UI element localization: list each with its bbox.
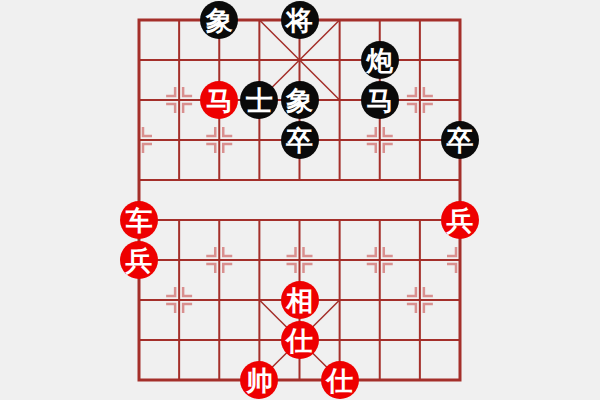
piece-red-soldier[interactable]: 兵 xyxy=(441,201,479,239)
xiangqi-pieces-grid: 象将炮马士象马卒卒车兵兵相仕帅仕 xyxy=(119,0,480,400)
piece-red-general[interactable]: 帅 xyxy=(240,361,278,399)
piece-red-chariot[interactable]: 车 xyxy=(120,201,158,239)
piece-black-elephant[interactable]: 象 xyxy=(200,1,238,39)
piece-black-general[interactable]: 将 xyxy=(281,1,319,39)
piece-black-soldier[interactable]: 卒 xyxy=(441,121,479,159)
piece-black-advisor[interactable]: 士 xyxy=(240,81,278,119)
piece-red-soldier[interactable]: 兵 xyxy=(120,241,158,279)
piece-red-advisor[interactable]: 仕 xyxy=(321,361,359,399)
piece-red-horse[interactable]: 马 xyxy=(200,81,238,119)
piece-black-elephant[interactable]: 象 xyxy=(281,81,319,119)
piece-black-cannon[interactable]: 炮 xyxy=(361,41,399,79)
piece-red-elephant[interactable]: 相 xyxy=(281,281,319,319)
xiangqi-app-screen: 象将炮马士象马卒卒车兵兵相仕帅仕 xyxy=(0,0,600,400)
piece-red-advisor[interactable]: 仕 xyxy=(281,321,319,359)
piece-black-soldier[interactable]: 卒 xyxy=(281,121,319,159)
piece-black-horse[interactable]: 马 xyxy=(361,81,399,119)
